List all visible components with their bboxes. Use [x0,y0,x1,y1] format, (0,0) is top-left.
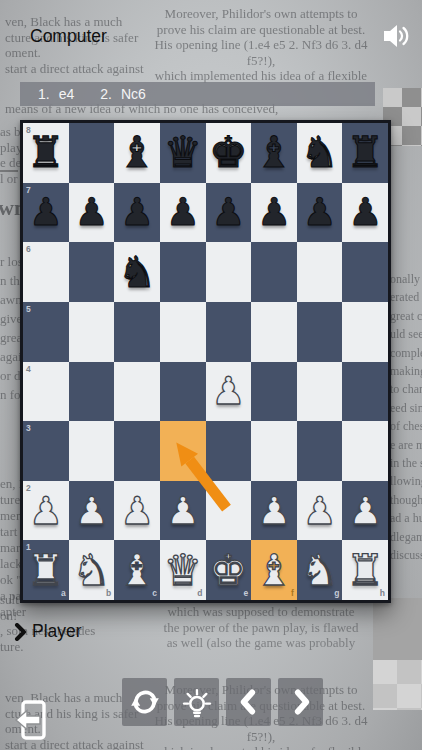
square-f3[interactable] [251,421,297,481]
rank-label-6: 6 [26,244,31,254]
square-e6[interactable] [206,242,252,302]
move-number: 2. [100,86,112,102]
square-e3[interactable] [206,421,252,481]
square-a7[interactable]: 7♟ [23,183,69,243]
square-e4[interactable]: ♟ [206,362,252,422]
black-bishop: ♝ [255,131,294,174]
white-pawn: ♟ [303,492,337,530]
square-d1[interactable]: d♛ [160,540,206,600]
square-d5[interactable] [160,302,206,362]
black-rook: ♜ [27,131,66,174]
square-g4[interactable] [297,362,343,422]
black-king: ♚ [209,131,248,174]
square-e7[interactable]: ♟ [206,183,252,243]
square-f8[interactable]: ♝ [251,123,297,183]
chevron-left-icon [232,685,266,719]
square-g6[interactable] [297,242,343,302]
background-divider-line [0,170,18,172]
square-c2[interactable]: ♟ [114,481,160,541]
square-c6[interactable]: ♞ [114,242,160,302]
square-f5[interactable] [251,302,297,362]
white-king: ♚ [209,549,248,592]
sound-toggle-button[interactable] [382,22,412,52]
black-pawn: ♟ [257,193,291,231]
white-bishop: ♝ [118,549,157,592]
square-b4[interactable] [69,362,115,422]
white-pawn: ♟ [348,492,382,530]
square-a4[interactable]: 4 [23,362,69,422]
square-a2[interactable]: 2♟ [23,481,69,541]
square-b1[interactable]: b♞ [69,540,115,600]
black-rook: ♜ [346,131,385,174]
square-h6[interactable] [342,242,388,302]
white-knight: ♞ [72,549,111,592]
square-h1[interactable]: h♜ [342,540,388,600]
black-pawn: ♟ [348,193,382,231]
square-d6[interactable] [160,242,206,302]
hint-button[interactable] [174,678,219,726]
square-h5[interactable] [342,302,388,362]
black-pawn: ♟ [74,193,108,231]
file-label-g: g [334,588,339,598]
square-h3[interactable] [342,421,388,481]
chess-board[interactable]: 8♜♝♛♚♝♞♜7♟♟♟♟♟♟♟♟6♞54♟32♟♟♟♟♟♟♟1a♜b♞c♝d♛… [20,120,391,603]
file-label-a: a [61,588,66,598]
white-pawn: ♟ [120,492,154,530]
square-b2[interactable]: ♟ [69,481,115,541]
square-c1[interactable]: c♝ [114,540,160,600]
square-d8[interactable]: ♛ [160,123,206,183]
square-d2[interactable]: ♟ [160,481,206,541]
square-d7[interactable]: ♟ [160,183,206,243]
file-label-h: h [380,588,385,598]
square-c8[interactable]: ♝ [114,123,160,183]
black-pawn: ♟ [166,193,200,231]
file-label-b: b [106,588,111,598]
rank-label-8: 8 [26,125,31,135]
square-c4[interactable] [114,362,160,422]
white-bishop: ♝ [255,549,294,592]
black-bishop: ♝ [118,131,157,174]
game-controls [122,678,323,726]
turn-indicator-chevron-icon [14,623,27,641]
file-label-e: e [243,588,248,598]
opponent-name-label: Computer [30,26,107,47]
flip-board-button[interactable] [122,678,167,726]
square-e8[interactable]: ♚ [206,123,252,183]
square-h2[interactable]: ♟ [342,481,388,541]
square-a5[interactable]: 5 [23,302,69,362]
rank-label-3: 3 [26,423,31,433]
square-h8[interactable]: ♜ [342,123,388,183]
rank-label-4: 4 [26,364,31,374]
square-f2[interactable]: ♟ [251,481,297,541]
square-e1[interactable]: e♚ [206,540,252,600]
square-a8[interactable]: 8♜ [23,123,69,183]
rotate-arrows-icon [128,685,162,719]
forward-move-button[interactable] [278,678,323,726]
background-text-fragment: Moreover, Philidor's own attempts to pro… [152,6,370,84]
square-b7[interactable]: ♟ [69,183,115,243]
square-g1[interactable]: g♞ [297,540,343,600]
background-text-fragment: which was supposed to demonstrate the po… [148,604,374,651]
background-chessboard-photo [373,660,422,710]
square-a6[interactable]: 6 [23,242,69,302]
square-g5[interactable] [297,302,343,362]
square-f7[interactable]: ♟ [251,183,297,243]
white-knight: ♞ [300,549,339,592]
background-gray-patch [373,598,422,660]
door-exit-icon [14,698,50,744]
move-number: 1. [38,86,50,102]
back-move-button[interactable] [226,678,271,726]
move-list-bar[interactable]: 1. e4 2. Nc6 [20,82,375,106]
exit-game-button[interactable] [14,698,50,744]
square-b8[interactable] [69,123,115,183]
white-pawn: ♟ [166,492,200,530]
white-queen: ♛ [163,549,202,592]
player-name-label: Player [32,621,82,642]
square-e2[interactable] [206,481,252,541]
square-h4[interactable] [342,362,388,422]
black-pawn: ♟ [303,193,337,231]
player-row: Player [14,621,82,642]
square-g2[interactable]: ♟ [297,481,343,541]
square-f4[interactable] [251,362,297,422]
chess-app-screen: ven, Black has a much cture and his king… [0,0,422,750]
square-a1[interactable]: 1a♜ [23,540,69,600]
square-h7[interactable]: ♟ [342,183,388,243]
black-queen: ♛ [163,131,202,174]
board-grid: 8♜♝♛♚♝♞♜7♟♟♟♟♟♟♟♟6♞54♟32♟♟♟♟♟♟♟1a♜b♞c♝d♛… [23,123,388,600]
square-a3[interactable]: 3 [23,421,69,481]
square-c3[interactable] [114,421,160,481]
black-pawn: ♟ [120,193,154,231]
black-knight: ♞ [300,131,339,174]
black-knight: ♞ [118,251,157,294]
move-white[interactable]: e4 [59,86,75,102]
square-d3[interactable] [160,421,206,481]
square-g7[interactable]: ♟ [297,183,343,243]
rank-label-1: 1 [26,542,31,552]
square-d4[interactable] [160,362,206,422]
file-label-c: c [152,588,157,598]
speaker-icon [382,22,412,50]
lightbulb-icon [180,685,214,719]
square-c7[interactable]: ♟ [114,183,160,243]
white-rook: ♜ [346,549,385,592]
white-pawn: ♟ [257,492,291,530]
square-c5[interactable] [114,302,160,362]
square-g8[interactable]: ♞ [297,123,343,183]
white-rook: ♜ [27,549,66,592]
background-text-fragment: onally I erated t great ch uld see compl… [390,270,422,565]
square-g3[interactable] [297,421,343,481]
square-f1[interactable]: f♝ [251,540,297,600]
file-label-f: f [291,588,294,598]
rank-label-5: 5 [26,304,31,314]
square-e5[interactable] [206,302,252,362]
move-black[interactable]: Nc6 [121,86,146,102]
square-b5[interactable] [69,302,115,362]
black-pawn: ♟ [211,193,245,231]
chevron-right-icon [284,685,318,719]
white-pawn: ♟ [74,492,108,530]
white-pawn: ♟ [29,492,63,530]
square-f6[interactable] [251,242,297,302]
square-b6[interactable] [69,242,115,302]
rank-label-2: 2 [26,483,31,493]
white-pawn: ♟ [211,372,245,410]
file-label-d: d [197,588,202,598]
black-pawn: ♟ [29,193,63,231]
square-b3[interactable] [69,421,115,481]
rank-label-7: 7 [26,185,31,195]
